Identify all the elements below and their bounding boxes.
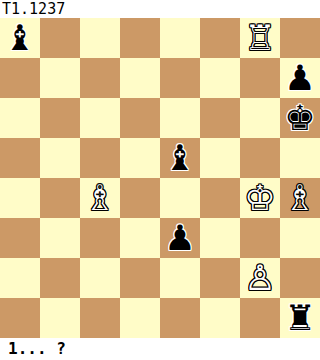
square-b5[interactable] [40,138,80,178]
piece-black-pawn: ♟ [284,58,315,98]
square-e1[interactable] [160,298,200,338]
square-d2[interactable] [120,258,160,298]
square-c2[interactable] [80,258,120,298]
square-f5[interactable] [200,138,240,178]
square-e2[interactable] [160,258,200,298]
square-c6[interactable] [80,98,120,138]
square-c7[interactable] [80,58,120,98]
square-a3[interactable] [0,218,40,258]
square-f2[interactable] [200,258,240,298]
square-h8[interactable] [280,18,320,58]
square-d6[interactable] [120,98,160,138]
square-e5[interactable]: ♝ [160,138,200,178]
square-c4[interactable]: ♗ [80,178,120,218]
square-d7[interactable] [120,58,160,98]
piece-black-king: ♚ [284,98,315,138]
square-e4[interactable] [160,178,200,218]
square-f7[interactable] [200,58,240,98]
square-h7[interactable]: ♟ [280,58,320,98]
piece-white-bishop: ♗ [284,178,315,218]
square-a1[interactable] [0,298,40,338]
square-h1[interactable]: ♜ [280,298,320,338]
move-prompt: 1... ? [0,338,320,360]
square-a4[interactable] [0,178,40,218]
square-f4[interactable] [200,178,240,218]
square-d5[interactable] [120,138,160,178]
square-g6[interactable] [240,98,280,138]
square-e8[interactable] [160,18,200,58]
square-g4[interactable]: ♔ [240,178,280,218]
piece-white-rook: ♖ [244,18,275,58]
puzzle-title: T1.1237 [0,0,320,18]
square-d3[interactable] [120,218,160,258]
square-a6[interactable] [0,98,40,138]
square-a2[interactable] [0,258,40,298]
piece-black-pawn: ♟ [164,218,195,258]
square-d1[interactable] [120,298,160,338]
square-e6[interactable] [160,98,200,138]
square-h2[interactable] [280,258,320,298]
square-c8[interactable] [80,18,120,58]
piece-white-pawn: ♙ [244,258,275,298]
square-a5[interactable] [0,138,40,178]
square-e7[interactable] [160,58,200,98]
square-h3[interactable] [280,218,320,258]
square-b6[interactable] [40,98,80,138]
square-h5[interactable] [280,138,320,178]
square-c5[interactable] [80,138,120,178]
chess-board: ♝♖♟♚♝♗♔♗♟♙♜ [0,18,320,338]
square-g1[interactable] [240,298,280,338]
piece-black-rook: ♜ [284,298,315,338]
square-d4[interactable] [120,178,160,218]
square-a7[interactable] [0,58,40,98]
chess-puzzle-app: T1.1237 ♝♖♟♚♝♗♔♗♟♙♜ 1... ? [0,0,320,360]
square-f6[interactable] [200,98,240,138]
square-b2[interactable] [40,258,80,298]
square-b1[interactable] [40,298,80,338]
square-d8[interactable] [120,18,160,58]
square-f3[interactable] [200,218,240,258]
square-g7[interactable] [240,58,280,98]
square-g5[interactable] [240,138,280,178]
piece-white-bishop: ♗ [84,178,115,218]
square-a8[interactable]: ♝ [0,18,40,58]
piece-white-king: ♔ [244,178,275,218]
square-b8[interactable] [40,18,80,58]
square-g8[interactable]: ♖ [240,18,280,58]
square-b4[interactable] [40,178,80,218]
square-c1[interactable] [80,298,120,338]
square-f1[interactable] [200,298,240,338]
square-b7[interactable] [40,58,80,98]
square-c3[interactable] [80,218,120,258]
square-f8[interactable] [200,18,240,58]
square-g3[interactable] [240,218,280,258]
piece-black-bishop: ♝ [4,18,35,58]
square-g2[interactable]: ♙ [240,258,280,298]
piece-black-bishop: ♝ [164,138,195,178]
square-h6[interactable]: ♚ [280,98,320,138]
square-h4[interactable]: ♗ [280,178,320,218]
square-b3[interactable] [40,218,80,258]
square-e3[interactable]: ♟ [160,218,200,258]
